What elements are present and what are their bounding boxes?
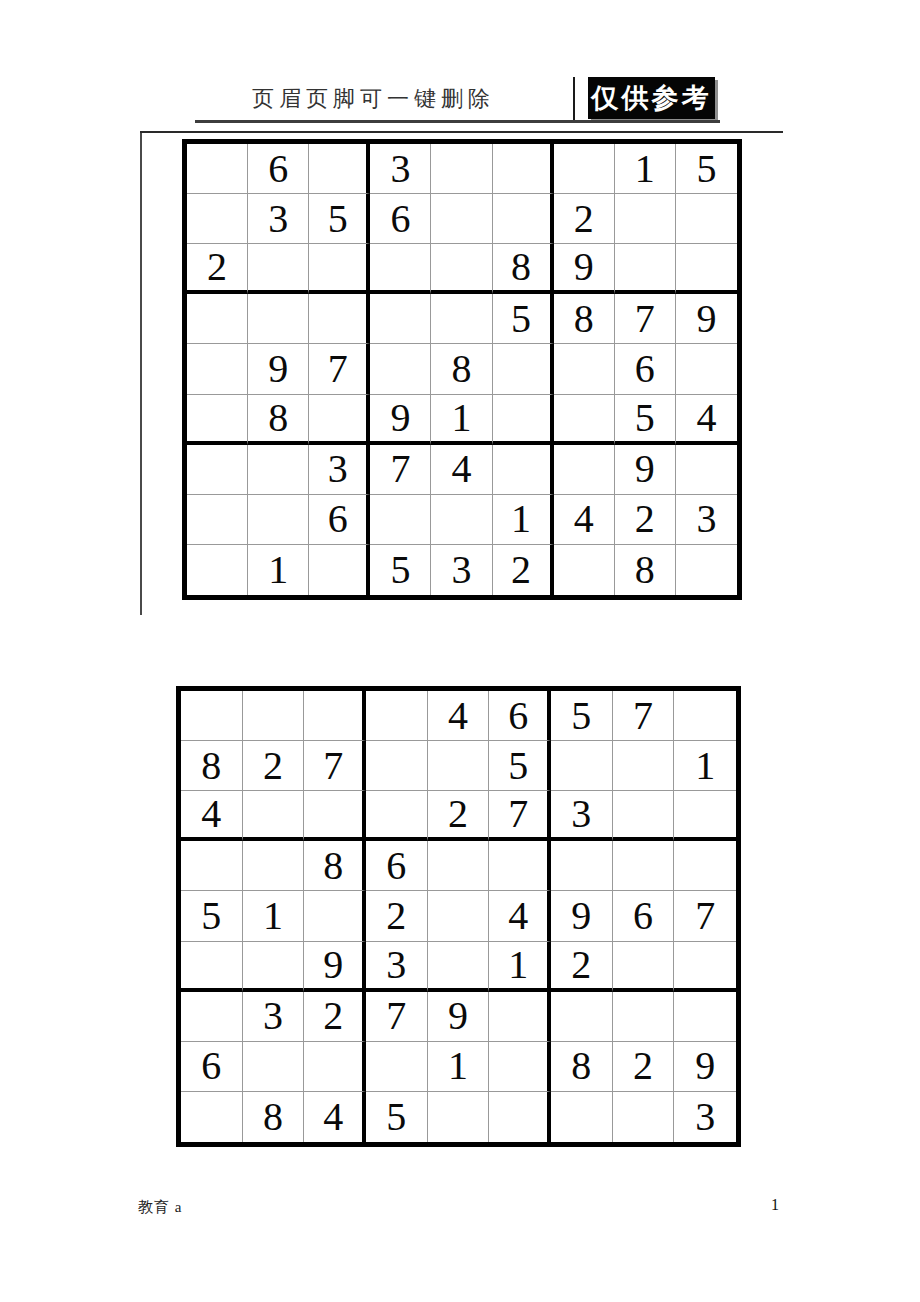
sudoku-cell-r9c5 — [428, 1092, 490, 1142]
page-number: 1 — [771, 1196, 779, 1214]
sudoku-cell-r8c1: 6 — [181, 1042, 243, 1092]
sudoku-cell-r3c3 — [309, 244, 370, 294]
sudoku-cell-r2c3: 5 — [309, 194, 370, 244]
header-title: 页眉页脚可一键删除 — [252, 84, 495, 114]
sudoku-cell-r6c8 — [613, 942, 675, 992]
sudoku-cell-r6c4: 3 — [366, 942, 428, 992]
sudoku-cell-r4c2 — [243, 841, 305, 891]
sudoku-cell-r8c4 — [366, 1042, 428, 1092]
sudoku-cell-r3c6: 8 — [493, 244, 554, 294]
sudoku-cell-r9c5: 3 — [431, 545, 492, 595]
header-divider-line — [573, 77, 575, 123]
sudoku-cell-r3c9 — [676, 244, 737, 294]
sudoku-cell-r9c3 — [309, 545, 370, 595]
sudoku-cell-r6c6: 1 — [489, 942, 551, 992]
sudoku-cell-r6c3: 9 — [304, 942, 366, 992]
sudoku-cell-r1c1 — [187, 144, 248, 194]
sudoku-cell-r1c3 — [304, 691, 366, 741]
sudoku-cell-r6c3 — [309, 395, 370, 445]
sudoku-cell-r1c1 — [181, 691, 243, 741]
sudoku-cell-r2c6: 5 — [489, 741, 551, 791]
sudoku-cell-r4c9: 9 — [676, 294, 737, 344]
sudoku-cell-r7c5: 4 — [431, 445, 492, 495]
sudoku-cell-r5c9: 7 — [674, 891, 736, 941]
sudoku-cell-r2c1 — [187, 194, 248, 244]
sudoku-cell-r2c5 — [431, 194, 492, 244]
sudoku-cell-r1c3 — [309, 144, 370, 194]
sudoku-cell-r9c1 — [181, 1092, 243, 1142]
sudoku-cell-r6c2 — [243, 942, 305, 992]
sudoku-cell-r3c2 — [243, 791, 305, 841]
sudoku-cell-r6c8: 5 — [615, 395, 676, 445]
sudoku-cell-r4c3: 8 — [304, 841, 366, 891]
sudoku-cell-r7c8 — [613, 992, 675, 1042]
sudoku-cell-r7c9 — [676, 445, 737, 495]
sudoku-cell-r6c7 — [554, 395, 615, 445]
sudoku-cell-r2c9: 1 — [674, 741, 736, 791]
sudoku-cell-r1c2 — [243, 691, 305, 741]
sudoku-grid-1: 63153562289587997868915437496142315328 — [182, 139, 742, 600]
sudoku-cell-r3c6: 7 — [489, 791, 551, 841]
sudoku-cell-r8c8: 2 — [615, 495, 676, 545]
page-rule-line — [140, 131, 783, 133]
sudoku-cell-r5c5 — [428, 891, 490, 941]
sudoku-cell-r5c2: 9 — [248, 344, 309, 394]
sudoku-cell-r2c8 — [615, 194, 676, 244]
sudoku-cell-r2c2: 2 — [243, 741, 305, 791]
sudoku-cell-r3c8 — [615, 244, 676, 294]
sudoku-cell-r4c4: 6 — [366, 841, 428, 891]
sudoku-cell-r7c4: 7 — [366, 992, 428, 1042]
sudoku-cell-r1c8: 1 — [615, 144, 676, 194]
sudoku-cell-r9c8: 8 — [615, 545, 676, 595]
sudoku-cell-r6c9 — [674, 942, 736, 992]
sudoku-cell-r9c3: 4 — [304, 1092, 366, 1142]
sudoku-cell-r8c2 — [248, 495, 309, 545]
sudoku-cell-r7c2: 3 — [243, 992, 305, 1042]
sudoku-cell-r6c1 — [187, 395, 248, 445]
sudoku-cell-r8c8: 2 — [613, 1042, 675, 1092]
sudoku-cell-r9c9: 3 — [674, 1092, 736, 1142]
sudoku-cell-r4c4 — [370, 294, 431, 344]
sudoku-cell-r3c7: 9 — [554, 244, 615, 294]
sudoku-cell-r6c5: 1 — [431, 395, 492, 445]
sudoku-cell-r8c4 — [370, 495, 431, 545]
sudoku-cell-r1c2: 6 — [248, 144, 309, 194]
sudoku-cell-r3c8 — [613, 791, 675, 841]
sudoku-cell-r2c9 — [676, 194, 737, 244]
sudoku-cell-r5c6: 4 — [489, 891, 551, 941]
sudoku-cell-r2c2: 3 — [248, 194, 309, 244]
sudoku-cell-r9c9 — [676, 545, 737, 595]
sudoku-cell-r4c5 — [428, 841, 490, 891]
sudoku-cell-r8c9: 3 — [676, 495, 737, 545]
sudoku-cell-r9c4: 5 — [366, 1092, 428, 1142]
sudoku-cell-r7c4: 7 — [370, 445, 431, 495]
sudoku-cell-r1c6: 6 — [489, 691, 551, 741]
sudoku-cell-r3c1: 2 — [187, 244, 248, 294]
sudoku-cell-r9c1 — [187, 545, 248, 595]
sudoku-cell-r2c3: 7 — [304, 741, 366, 791]
sudoku-cell-r2c7: 2 — [554, 194, 615, 244]
sudoku-cell-r9c6 — [489, 1092, 551, 1142]
sudoku-cell-r7c3: 2 — [304, 992, 366, 1042]
sudoku-cell-r6c6 — [493, 395, 554, 445]
sudoku-cell-r5c9 — [676, 344, 737, 394]
sudoku-cell-r5c7 — [554, 344, 615, 394]
sudoku-cell-r4c1 — [187, 294, 248, 344]
sudoku-cell-r6c1 — [181, 942, 243, 992]
sudoku-cell-r4c8: 7 — [615, 294, 676, 344]
sudoku-cell-r9c7 — [554, 545, 615, 595]
sudoku-cell-r9c6: 2 — [493, 545, 554, 595]
sudoku-cell-r4c3 — [309, 294, 370, 344]
sudoku-cell-r4c1 — [181, 841, 243, 891]
sudoku-cell-r1c7: 5 — [551, 691, 613, 741]
sudoku-cell-r6c7: 2 — [551, 942, 613, 992]
sudoku-cell-r7c8: 9 — [615, 445, 676, 495]
sudoku-cell-r5c8: 6 — [615, 344, 676, 394]
sudoku-cell-r1c5 — [431, 144, 492, 194]
left-margin-line — [140, 133, 142, 615]
sudoku-cell-r2c8 — [613, 741, 675, 791]
sudoku-cell-r2c5 — [428, 741, 490, 791]
sudoku-cell-r5c4 — [370, 344, 431, 394]
sudoku-cell-r3c4 — [370, 244, 431, 294]
sudoku-cell-r2c1: 8 — [181, 741, 243, 791]
sudoku-cell-r5c5: 8 — [431, 344, 492, 394]
sudoku-cell-r8c7: 8 — [551, 1042, 613, 1092]
sudoku-cell-r5c3: 7 — [309, 344, 370, 394]
sudoku-cell-r4c9 — [674, 841, 736, 891]
sudoku-cell-r3c5: 2 — [428, 791, 490, 841]
sudoku-cell-r9c2: 1 — [248, 545, 309, 595]
sudoku-cell-r3c5 — [431, 244, 492, 294]
sudoku-cell-r2c4: 6 — [370, 194, 431, 244]
sudoku-cell-r9c7 — [551, 1092, 613, 1142]
sudoku-cell-r1c8: 7 — [613, 691, 675, 741]
sudoku-cell-r7c2 — [248, 445, 309, 495]
sudoku-cell-r7c9 — [674, 992, 736, 1042]
reference-badge: 仅供参考 — [588, 77, 715, 119]
sudoku-cell-r5c1: 5 — [181, 891, 243, 941]
sudoku-cell-r9c8 — [613, 1092, 675, 1142]
sudoku-cell-r6c2: 8 — [248, 395, 309, 445]
sudoku-cell-r7c5: 9 — [428, 992, 490, 1042]
sudoku-cell-r1c7 — [554, 144, 615, 194]
sudoku-cell-r4c2 — [248, 294, 309, 344]
sudoku-cell-r8c6: 1 — [493, 495, 554, 545]
sudoku-cell-r7c6 — [489, 992, 551, 1042]
sudoku-cell-r5c8: 6 — [613, 891, 675, 941]
document-page: 页眉页脚可一键删除 仅供参考 6315356228958799786891543… — [0, 0, 920, 1302]
sudoku-cell-r2c7 — [551, 741, 613, 791]
sudoku-cell-r3c2 — [248, 244, 309, 294]
sudoku-cell-r3c4 — [366, 791, 428, 841]
sudoku-cell-r2c6 — [493, 194, 554, 244]
sudoku-cell-r7c3: 3 — [309, 445, 370, 495]
sudoku-cell-r8c2 — [243, 1042, 305, 1092]
sudoku-cell-r8c6 — [489, 1042, 551, 1092]
footer-author: 教育 a — [138, 1198, 182, 1217]
sudoku-cell-r5c3 — [304, 891, 366, 941]
sudoku-cell-r8c9: 9 — [674, 1042, 736, 1092]
sudoku-cell-r6c4: 9 — [370, 395, 431, 445]
sudoku-cell-r5c2: 1 — [243, 891, 305, 941]
sudoku-cell-r1c4 — [366, 691, 428, 741]
sudoku-cell-r9c4: 5 — [370, 545, 431, 595]
sudoku-cell-r4c7 — [551, 841, 613, 891]
sudoku-cell-r1c9: 5 — [676, 144, 737, 194]
sudoku-cell-r8c5 — [431, 495, 492, 545]
sudoku-cell-r3c9 — [674, 791, 736, 841]
sudoku-cell-r4c7: 8 — [554, 294, 615, 344]
sudoku-cell-r3c1: 4 — [181, 791, 243, 841]
sudoku-cell-r5c4: 2 — [366, 891, 428, 941]
sudoku-cell-r1c4: 3 — [370, 144, 431, 194]
sudoku-cell-r6c9: 4 — [676, 395, 737, 445]
sudoku-cell-r8c3: 6 — [309, 495, 370, 545]
sudoku-cell-r4c6 — [489, 841, 551, 891]
sudoku-cell-r9c2: 8 — [243, 1092, 305, 1142]
sudoku-cell-r2c4 — [366, 741, 428, 791]
sudoku-cell-r3c3 — [304, 791, 366, 841]
sudoku-cell-r4c6: 5 — [493, 294, 554, 344]
sudoku-cell-r5c7: 9 — [551, 891, 613, 941]
sudoku-grid-2: 465782751427386512496793123279618298453 — [176, 686, 741, 1147]
sudoku-cell-r8c3 — [304, 1042, 366, 1092]
sudoku-cell-r7c1 — [187, 445, 248, 495]
sudoku-cell-r1c9 — [674, 691, 736, 741]
sudoku-cell-r7c1 — [181, 992, 243, 1042]
sudoku-cell-r1c6 — [493, 144, 554, 194]
sudoku-cell-r8c7: 4 — [554, 495, 615, 545]
sudoku-cell-r7c7 — [551, 992, 613, 1042]
sudoku-cell-r4c5 — [431, 294, 492, 344]
sudoku-cell-r1c5: 4 — [428, 691, 490, 741]
sudoku-cell-r7c7 — [554, 445, 615, 495]
sudoku-cell-r6c5 — [428, 942, 490, 992]
sudoku-cell-r5c1 — [187, 344, 248, 394]
header-underline — [195, 120, 720, 123]
sudoku-cell-r8c1 — [187, 495, 248, 545]
sudoku-cell-r7c6 — [493, 445, 554, 495]
sudoku-cell-r5c6 — [493, 344, 554, 394]
sudoku-cell-r4c8 — [613, 841, 675, 891]
sudoku-cell-r3c7: 3 — [551, 791, 613, 841]
sudoku-cell-r8c5: 1 — [428, 1042, 490, 1092]
